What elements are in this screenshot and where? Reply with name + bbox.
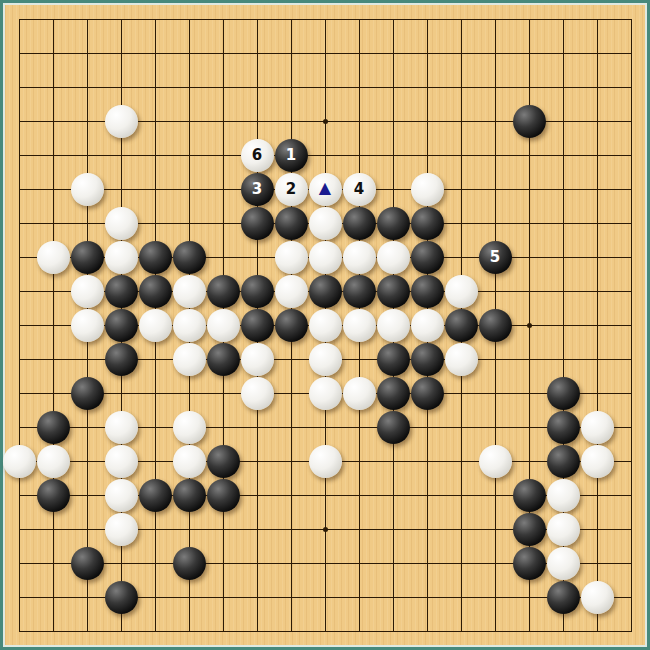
black-stone[interactable]	[207, 479, 240, 512]
white-stone[interactable]	[207, 309, 240, 342]
black-stone[interactable]	[513, 513, 546, 546]
white-stone[interactable]: 4	[343, 173, 376, 206]
go-app-window: 6132▲45	[0, 0, 650, 650]
black-stone[interactable]	[411, 241, 444, 274]
black-stone[interactable]	[309, 275, 342, 308]
white-stone[interactable]	[105, 207, 138, 240]
black-stone[interactable]	[479, 309, 512, 342]
white-stone[interactable]	[241, 377, 274, 410]
black-stone[interactable]	[275, 309, 308, 342]
black-stone[interactable]	[411, 275, 444, 308]
white-stone[interactable]	[105, 241, 138, 274]
white-stone[interactable]	[343, 377, 376, 410]
white-stone[interactable]: ▲	[309, 173, 342, 206]
move-number-label: 4	[354, 182, 364, 197]
black-stone[interactable]	[411, 377, 444, 410]
black-stone[interactable]	[241, 275, 274, 308]
black-stone[interactable]	[207, 275, 240, 308]
black-stone[interactable]	[37, 479, 70, 512]
white-stone[interactable]	[343, 309, 376, 342]
white-stone[interactable]	[173, 309, 206, 342]
black-stone[interactable]	[173, 547, 206, 580]
star-point	[323, 527, 328, 532]
black-stone[interactable]	[139, 241, 172, 274]
white-stone[interactable]: 2	[275, 173, 308, 206]
black-stone[interactable]	[411, 343, 444, 376]
black-stone[interactable]	[37, 411, 70, 444]
black-stone[interactable]	[241, 207, 274, 240]
black-stone[interactable]	[105, 581, 138, 614]
move-number-label: 2	[286, 182, 296, 197]
white-stone[interactable]	[275, 275, 308, 308]
black-stone[interactable]	[275, 207, 308, 240]
white-stone[interactable]	[105, 479, 138, 512]
black-stone[interactable]: 1	[275, 139, 308, 172]
black-stone[interactable]	[241, 309, 274, 342]
move-number-label: 6	[252, 148, 262, 163]
black-stone[interactable]	[547, 581, 580, 614]
white-stone[interactable]	[479, 445, 512, 478]
white-stone[interactable]	[445, 343, 478, 376]
white-stone[interactable]	[547, 479, 580, 512]
black-stone[interactable]	[207, 343, 240, 376]
black-stone[interactable]	[411, 207, 444, 240]
black-stone[interactable]	[377, 343, 410, 376]
black-stone[interactable]: 3	[241, 173, 274, 206]
white-stone[interactable]	[581, 411, 614, 444]
white-stone[interactable]: 6	[241, 139, 274, 172]
black-stone[interactable]	[71, 377, 104, 410]
white-stone[interactable]	[377, 241, 410, 274]
white-stone[interactable]	[71, 309, 104, 342]
white-stone[interactable]	[309, 241, 342, 274]
black-stone[interactable]	[377, 377, 410, 410]
move-number-label: 3	[252, 182, 262, 197]
white-stone[interactable]	[105, 445, 138, 478]
black-stone[interactable]	[139, 479, 172, 512]
white-stone[interactable]	[105, 411, 138, 444]
white-stone[interactable]	[377, 309, 410, 342]
black-stone[interactable]	[105, 309, 138, 342]
black-stone[interactable]	[105, 343, 138, 376]
white-stone[interactable]	[37, 241, 70, 274]
white-stone[interactable]	[309, 309, 342, 342]
white-stone[interactable]	[547, 513, 580, 546]
grid-line	[19, 631, 632, 632]
black-stone[interactable]	[547, 377, 580, 410]
black-stone[interactable]	[547, 411, 580, 444]
white-stone[interactable]	[105, 513, 138, 546]
move-number-label: 5	[490, 250, 500, 265]
white-stone[interactable]	[3, 445, 36, 478]
black-stone[interactable]	[173, 479, 206, 512]
grid-line	[631, 19, 632, 632]
white-stone[interactable]	[173, 445, 206, 478]
white-stone[interactable]	[241, 343, 274, 376]
white-stone[interactable]	[411, 173, 444, 206]
white-stone[interactable]	[173, 411, 206, 444]
black-stone[interactable]: 5	[479, 241, 512, 274]
white-stone[interactable]	[343, 241, 376, 274]
white-stone[interactable]	[37, 445, 70, 478]
white-stone[interactable]	[547, 547, 580, 580]
white-stone[interactable]	[411, 309, 444, 342]
black-stone[interactable]	[513, 547, 546, 580]
black-stone[interactable]	[445, 309, 478, 342]
white-stone[interactable]	[581, 445, 614, 478]
go-board[interactable]: 6132▲45	[5, 5, 645, 645]
white-stone[interactable]	[581, 581, 614, 614]
move-number-label: 1	[286, 148, 296, 163]
black-stone[interactable]	[139, 275, 172, 308]
star-point	[323, 119, 328, 124]
grid-line	[597, 19, 598, 632]
black-stone[interactable]	[343, 207, 376, 240]
black-stone[interactable]	[343, 275, 376, 308]
white-stone[interactable]	[173, 343, 206, 376]
white-stone[interactable]	[71, 275, 104, 308]
black-stone[interactable]	[547, 445, 580, 478]
black-stone[interactable]	[71, 547, 104, 580]
black-stone[interactable]	[377, 411, 410, 444]
white-stone[interactable]	[309, 343, 342, 376]
black-stone[interactable]	[207, 445, 240, 478]
white-stone[interactable]	[309, 445, 342, 478]
black-stone[interactable]	[105, 275, 138, 308]
black-stone[interactable]	[513, 105, 546, 138]
black-stone[interactable]	[377, 207, 410, 240]
black-stone[interactable]	[377, 275, 410, 308]
white-stone[interactable]	[139, 309, 172, 342]
white-stone[interactable]	[309, 207, 342, 240]
white-stone[interactable]	[105, 105, 138, 138]
white-stone[interactable]	[309, 377, 342, 410]
triangle-marker: ▲	[319, 180, 331, 196]
white-stone[interactable]	[71, 173, 104, 206]
white-stone[interactable]	[275, 241, 308, 274]
black-stone[interactable]	[513, 479, 546, 512]
white-stone[interactable]	[445, 275, 478, 308]
black-stone[interactable]	[71, 241, 104, 274]
black-stone[interactable]	[173, 241, 206, 274]
white-stone[interactable]	[173, 275, 206, 308]
star-point	[527, 323, 532, 328]
